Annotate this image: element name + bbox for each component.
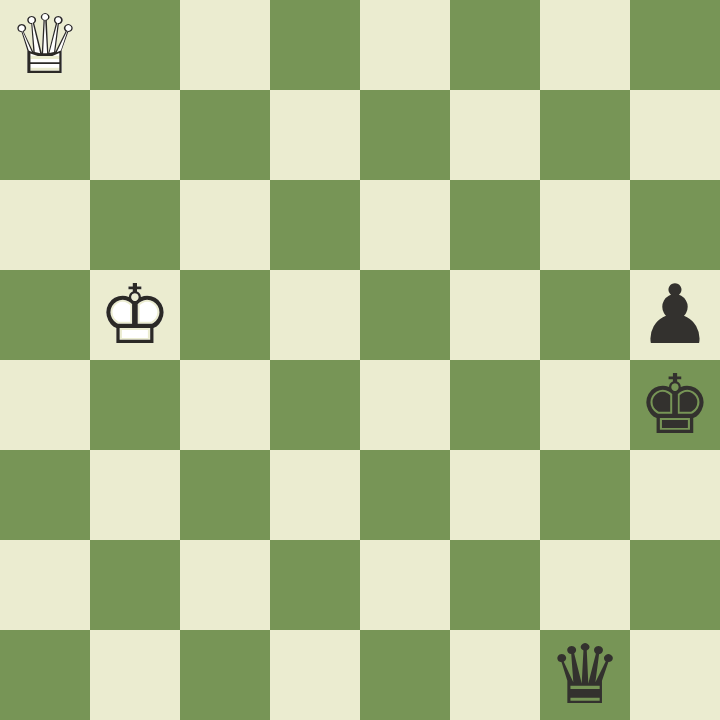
square-g2[interactable]	[540, 540, 630, 630]
black-pawn[interactable]: ♟	[630, 270, 720, 360]
square-h4[interactable]: ♚	[630, 360, 720, 450]
square-h8[interactable]	[630, 0, 720, 90]
square-d5[interactable]	[270, 270, 360, 360]
black-king[interactable]: ♚	[630, 360, 720, 450]
square-g8[interactable]	[540, 0, 630, 90]
white-king-outline: ♔	[90, 270, 180, 360]
square-c5[interactable]	[180, 270, 270, 360]
square-f7[interactable]	[450, 90, 540, 180]
white-queen[interactable]: ♛♕	[0, 0, 90, 90]
square-b6[interactable]	[90, 180, 180, 270]
square-h6[interactable]	[630, 180, 720, 270]
square-f4[interactable]	[450, 360, 540, 450]
square-e6[interactable]	[360, 180, 450, 270]
square-d7[interactable]	[270, 90, 360, 180]
square-f3[interactable]	[450, 450, 540, 540]
square-c3[interactable]	[180, 450, 270, 540]
square-e4[interactable]	[360, 360, 450, 450]
square-c8[interactable]	[180, 0, 270, 90]
square-f2[interactable]	[450, 540, 540, 630]
square-a1[interactable]	[0, 630, 90, 720]
square-c2[interactable]	[180, 540, 270, 630]
square-b1[interactable]	[90, 630, 180, 720]
square-c4[interactable]	[180, 360, 270, 450]
square-g4[interactable]	[540, 360, 630, 450]
square-h7[interactable]	[630, 90, 720, 180]
square-b3[interactable]	[90, 450, 180, 540]
square-g6[interactable]	[540, 180, 630, 270]
square-a3[interactable]	[0, 450, 90, 540]
square-a6[interactable]	[0, 180, 90, 270]
square-d4[interactable]	[270, 360, 360, 450]
square-b8[interactable]	[90, 0, 180, 90]
square-g3[interactable]	[540, 450, 630, 540]
square-a5[interactable]	[0, 270, 90, 360]
square-d3[interactable]	[270, 450, 360, 540]
square-a2[interactable]	[0, 540, 90, 630]
square-b7[interactable]	[90, 90, 180, 180]
square-a4[interactable]	[0, 360, 90, 450]
square-e8[interactable]	[360, 0, 450, 90]
square-d1[interactable]	[270, 630, 360, 720]
black-pawn-glyph: ♟	[630, 270, 720, 360]
square-g1[interactable]: ♛	[540, 630, 630, 720]
white-queen-outline: ♕	[0, 0, 90, 90]
square-b2[interactable]	[90, 540, 180, 630]
square-d8[interactable]	[270, 0, 360, 90]
square-c1[interactable]	[180, 630, 270, 720]
square-h5[interactable]: ♟	[630, 270, 720, 360]
square-d2[interactable]	[270, 540, 360, 630]
black-queen-glyph: ♛	[540, 630, 630, 720]
square-g5[interactable]	[540, 270, 630, 360]
square-c7[interactable]	[180, 90, 270, 180]
square-e7[interactable]	[360, 90, 450, 180]
square-b5[interactable]: ♚♔	[90, 270, 180, 360]
black-king-glyph: ♚	[630, 360, 720, 450]
square-c6[interactable]	[180, 180, 270, 270]
square-a8[interactable]: ♛♕	[0, 0, 90, 90]
black-queen[interactable]: ♛	[540, 630, 630, 720]
chess-board: ♛♕♚♔♟♚♛	[0, 0, 720, 720]
square-e2[interactable]	[360, 540, 450, 630]
white-king[interactable]: ♚♔	[90, 270, 180, 360]
square-g7[interactable]	[540, 90, 630, 180]
square-h2[interactable]	[630, 540, 720, 630]
square-f5[interactable]	[450, 270, 540, 360]
square-e1[interactable]	[360, 630, 450, 720]
square-f6[interactable]	[450, 180, 540, 270]
square-e5[interactable]	[360, 270, 450, 360]
square-f1[interactable]	[450, 630, 540, 720]
square-a7[interactable]	[0, 90, 90, 180]
square-h1[interactable]	[630, 630, 720, 720]
square-h3[interactable]	[630, 450, 720, 540]
square-e3[interactable]	[360, 450, 450, 540]
square-d6[interactable]	[270, 180, 360, 270]
square-b4[interactable]	[90, 360, 180, 450]
square-f8[interactable]	[450, 0, 540, 90]
